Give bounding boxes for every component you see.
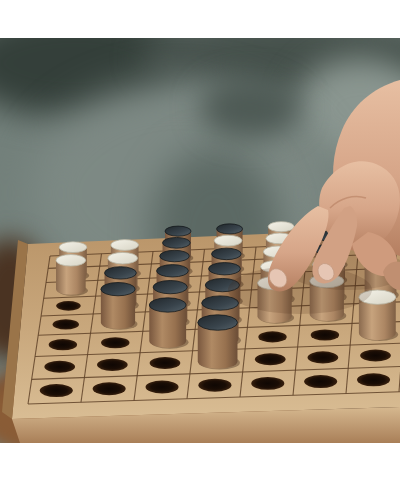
letterbox-top — [0, 0, 400, 38]
hole-a4 — [56, 301, 81, 311]
hole-a5 — [53, 319, 79, 329]
hole-f8 — [304, 375, 337, 388]
hole-b6 — [101, 337, 129, 348]
peg-black-c6 — [149, 298, 188, 349]
hole-b7 — [97, 359, 128, 371]
hole-c8 — [146, 380, 179, 393]
hole-g8 — [357, 373, 390, 386]
hole-f7 — [308, 351, 339, 363]
hole-a8 — [40, 384, 73, 397]
hole-a7 — [44, 361, 75, 373]
photo-othello-game — [0, 38, 400, 443]
peg-black-d7 — [198, 315, 240, 370]
hole-a6 — [49, 339, 77, 350]
hole-e6 — [258, 331, 286, 342]
hole-c7 — [150, 357, 181, 369]
letterbox-bottom — [0, 443, 400, 480]
hole-f6 — [311, 329, 339, 340]
screenshot-canvas — [0, 0, 400, 480]
hole-g7 — [360, 349, 391, 361]
hole-b8 — [93, 382, 126, 395]
board-scene — [0, 38, 400, 443]
hole-e8 — [251, 377, 284, 390]
hand — [266, 80, 400, 291]
hole-d8 — [198, 379, 231, 392]
peg-black-b5 — [101, 282, 138, 329]
hole-e7 — [255, 353, 286, 365]
peg-white-a3 — [56, 255, 88, 296]
